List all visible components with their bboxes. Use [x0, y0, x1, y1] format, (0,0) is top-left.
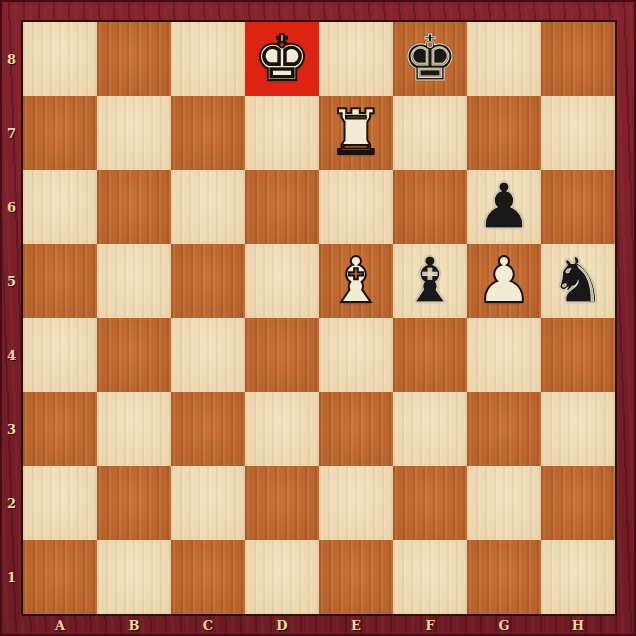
- square-e6[interactable]: [319, 170, 393, 244]
- chess-board-frame: ♚♚♜♟♝♝♟♞ 87654321 ABCDEFGH: [0, 0, 636, 636]
- square-h5[interactable]: ♞: [541, 244, 615, 318]
- rank-label-2: 2: [0, 466, 23, 540]
- square-b7[interactable]: [97, 96, 171, 170]
- square-d3[interactable]: [245, 392, 319, 466]
- square-g1[interactable]: [467, 540, 541, 614]
- square-c3[interactable]: [171, 392, 245, 466]
- square-b2[interactable]: [97, 466, 171, 540]
- square-e1[interactable]: [319, 540, 393, 614]
- square-h1[interactable]: [541, 540, 615, 614]
- square-f2[interactable]: [393, 466, 467, 540]
- square-e4[interactable]: [319, 318, 393, 392]
- square-g3[interactable]: [467, 392, 541, 466]
- square-f4[interactable]: [393, 318, 467, 392]
- square-a2[interactable]: [23, 466, 97, 540]
- white-bishop[interactable]: ♝: [328, 249, 384, 312]
- square-b5[interactable]: [97, 244, 171, 318]
- square-b8[interactable]: [97, 22, 171, 96]
- square-a6[interactable]: [23, 170, 97, 244]
- square-b6[interactable]: [97, 170, 171, 244]
- white-rook[interactable]: ♜: [328, 101, 384, 164]
- square-g8[interactable]: [467, 22, 541, 96]
- file-label-e: E: [319, 614, 393, 636]
- square-d6[interactable]: [245, 170, 319, 244]
- square-e5[interactable]: ♝: [319, 244, 393, 318]
- square-c7[interactable]: [171, 96, 245, 170]
- square-g6[interactable]: ♟: [467, 170, 541, 244]
- square-h3[interactable]: [541, 392, 615, 466]
- square-e8[interactable]: [319, 22, 393, 96]
- square-d4[interactable]: [245, 318, 319, 392]
- square-c1[interactable]: [171, 540, 245, 614]
- square-f1[interactable]: [393, 540, 467, 614]
- rank-label-7: 7: [0, 96, 23, 170]
- square-d8[interactable]: ♚: [245, 22, 319, 96]
- square-c8[interactable]: [171, 22, 245, 96]
- square-b4[interactable]: [97, 318, 171, 392]
- file-label-c: C: [171, 614, 245, 636]
- square-g5[interactable]: ♟: [467, 244, 541, 318]
- square-f6[interactable]: [393, 170, 467, 244]
- white-pawn[interactable]: ♟: [476, 249, 532, 312]
- square-f7[interactable]: [393, 96, 467, 170]
- file-label-d: D: [245, 614, 319, 636]
- rank-label-1: 1: [0, 540, 23, 614]
- square-h2[interactable]: [541, 466, 615, 540]
- square-g4[interactable]: [467, 318, 541, 392]
- square-c2[interactable]: [171, 466, 245, 540]
- square-h4[interactable]: [541, 318, 615, 392]
- square-a3[interactable]: [23, 392, 97, 466]
- black-bishop[interactable]: ♝: [402, 249, 458, 312]
- square-c5[interactable]: [171, 244, 245, 318]
- square-c6[interactable]: [171, 170, 245, 244]
- square-b3[interactable]: [97, 392, 171, 466]
- square-g7[interactable]: [467, 96, 541, 170]
- square-d2[interactable]: [245, 466, 319, 540]
- square-h8[interactable]: [541, 22, 615, 96]
- file-label-b: B: [97, 614, 171, 636]
- white-king[interactable]: ♚: [254, 27, 310, 90]
- square-f8[interactable]: ♚: [393, 22, 467, 96]
- square-d5[interactable]: [245, 244, 319, 318]
- square-h6[interactable]: [541, 170, 615, 244]
- square-b1[interactable]: [97, 540, 171, 614]
- square-h7[interactable]: [541, 96, 615, 170]
- square-f5[interactable]: ♝: [393, 244, 467, 318]
- square-g2[interactable]: [467, 466, 541, 540]
- square-a7[interactable]: [23, 96, 97, 170]
- black-pawn[interactable]: ♟: [476, 175, 532, 238]
- rank-label-6: 6: [0, 170, 23, 244]
- file-label-a: A: [23, 614, 97, 636]
- square-e3[interactable]: [319, 392, 393, 466]
- file-label-f: F: [393, 614, 467, 636]
- file-label-g: G: [467, 614, 541, 636]
- file-label-h: H: [541, 614, 615, 636]
- square-c4[interactable]: [171, 318, 245, 392]
- square-d7[interactable]: [245, 96, 319, 170]
- black-king[interactable]: ♚: [402, 27, 458, 90]
- square-d1[interactable]: [245, 540, 319, 614]
- square-e2[interactable]: [319, 466, 393, 540]
- rank-label-4: 4: [0, 318, 23, 392]
- square-a1[interactable]: [23, 540, 97, 614]
- rank-label-3: 3: [0, 392, 23, 466]
- square-f3[interactable]: [393, 392, 467, 466]
- black-knight[interactable]: ♞: [550, 249, 606, 312]
- square-a8[interactable]: [23, 22, 97, 96]
- rank-label-5: 5: [0, 244, 23, 318]
- square-e7[interactable]: ♜: [319, 96, 393, 170]
- board: ♚♚♜♟♝♝♟♞: [23, 22, 615, 614]
- square-a5[interactable]: [23, 244, 97, 318]
- rank-label-8: 8: [0, 22, 23, 96]
- square-a4[interactable]: [23, 318, 97, 392]
